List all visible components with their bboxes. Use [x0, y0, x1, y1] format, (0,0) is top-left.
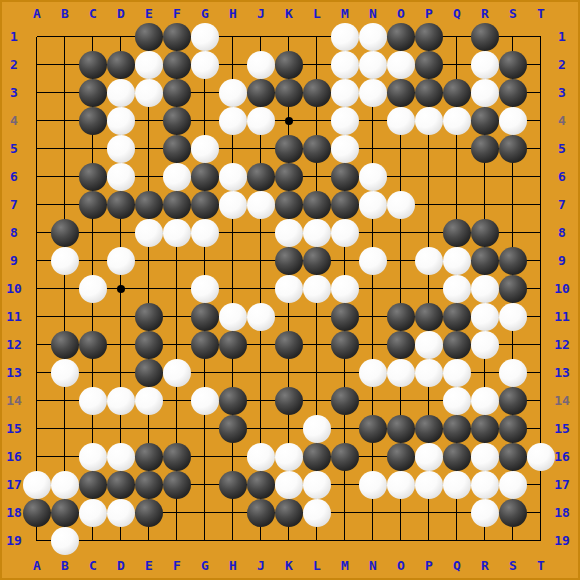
- intersection-H10[interactable]: [219, 275, 247, 303]
- intersection-M18[interactable]: [331, 499, 359, 527]
- intersection-K5[interactable]: [275, 135, 303, 163]
- intersection-L17[interactable]: [303, 471, 331, 499]
- intersection-D16[interactable]: [107, 443, 135, 471]
- intersection-B19[interactable]: [51, 527, 79, 555]
- intersection-C18[interactable]: [79, 499, 107, 527]
- intersection-C11[interactable]: [79, 303, 107, 331]
- intersection-O14[interactable]: [387, 387, 415, 415]
- intersection-A17[interactable]: [23, 471, 51, 499]
- intersection-Q19[interactable]: [443, 527, 471, 555]
- intersection-Q15[interactable]: [443, 415, 471, 443]
- intersection-D14[interactable]: [107, 387, 135, 415]
- intersection-K7[interactable]: [275, 191, 303, 219]
- intersection-D5[interactable]: [107, 135, 135, 163]
- intersection-J8[interactable]: [247, 219, 275, 247]
- intersection-C9[interactable]: [79, 247, 107, 275]
- intersection-B10[interactable]: [51, 275, 79, 303]
- intersection-E5[interactable]: [135, 135, 163, 163]
- intersection-J16[interactable]: [247, 443, 275, 471]
- intersection-S18[interactable]: [499, 499, 527, 527]
- intersection-F7[interactable]: [163, 191, 191, 219]
- intersection-F15[interactable]: [163, 415, 191, 443]
- intersection-R6[interactable]: [471, 163, 499, 191]
- intersection-A6[interactable]: [23, 163, 51, 191]
- intersection-A19[interactable]: [23, 527, 51, 555]
- intersection-O18[interactable]: [387, 499, 415, 527]
- intersection-H2[interactable]: [219, 51, 247, 79]
- intersection-S15[interactable]: [499, 415, 527, 443]
- intersection-M14[interactable]: [331, 387, 359, 415]
- intersection-O17[interactable]: [387, 471, 415, 499]
- intersection-E6[interactable]: [135, 163, 163, 191]
- intersection-E8[interactable]: [135, 219, 163, 247]
- intersection-Q5[interactable]: [443, 135, 471, 163]
- intersection-A9[interactable]: [23, 247, 51, 275]
- intersection-Q13[interactable]: [443, 359, 471, 387]
- intersection-F14[interactable]: [163, 387, 191, 415]
- intersection-N1[interactable]: [359, 23, 387, 51]
- intersection-J4[interactable]: [247, 107, 275, 135]
- intersection-P15[interactable]: [415, 415, 443, 443]
- intersection-C3[interactable]: [79, 79, 107, 107]
- intersection-P6[interactable]: [415, 163, 443, 191]
- intersection-G2[interactable]: [191, 51, 219, 79]
- intersection-R5[interactable]: [471, 135, 499, 163]
- intersection-H8[interactable]: [219, 219, 247, 247]
- intersection-R1[interactable]: [471, 23, 499, 51]
- intersection-K13[interactable]: [275, 359, 303, 387]
- intersection-B7[interactable]: [51, 191, 79, 219]
- intersection-H5[interactable]: [219, 135, 247, 163]
- intersection-E3[interactable]: [135, 79, 163, 107]
- intersection-P7[interactable]: [415, 191, 443, 219]
- intersection-B8[interactable]: [51, 219, 79, 247]
- intersection-D18[interactable]: [107, 499, 135, 527]
- intersection-Q16[interactable]: [443, 443, 471, 471]
- intersection-M6[interactable]: [331, 163, 359, 191]
- intersection-K15[interactable]: [275, 415, 303, 443]
- intersection-G11[interactable]: [191, 303, 219, 331]
- intersection-J15[interactable]: [247, 415, 275, 443]
- intersection-G14[interactable]: [191, 387, 219, 415]
- intersection-Q1[interactable]: [443, 23, 471, 51]
- intersection-S16[interactable]: [499, 443, 527, 471]
- intersection-L4[interactable]: [303, 107, 331, 135]
- intersection-E7[interactable]: [135, 191, 163, 219]
- intersection-K12[interactable]: [275, 331, 303, 359]
- intersection-Q2[interactable]: [443, 51, 471, 79]
- intersection-S6[interactable]: [499, 163, 527, 191]
- intersection-L10[interactable]: [303, 275, 331, 303]
- intersection-P2[interactable]: [415, 51, 443, 79]
- intersection-P5[interactable]: [415, 135, 443, 163]
- intersection-G13[interactable]: [191, 359, 219, 387]
- intersection-H9[interactable]: [219, 247, 247, 275]
- intersection-A13[interactable]: [23, 359, 51, 387]
- intersection-K1[interactable]: [275, 23, 303, 51]
- intersection-D13[interactable]: [107, 359, 135, 387]
- intersection-C5[interactable]: [79, 135, 107, 163]
- intersection-N9[interactable]: [359, 247, 387, 275]
- intersection-P12[interactable]: [415, 331, 443, 359]
- intersection-P11[interactable]: [415, 303, 443, 331]
- intersection-N19[interactable]: [359, 527, 387, 555]
- intersection-H1[interactable]: [219, 23, 247, 51]
- intersection-N6[interactable]: [359, 163, 387, 191]
- intersection-R3[interactable]: [471, 79, 499, 107]
- intersection-E19[interactable]: [135, 527, 163, 555]
- intersection-M15[interactable]: [331, 415, 359, 443]
- intersection-E17[interactable]: [135, 471, 163, 499]
- intersection-Q14[interactable]: [443, 387, 471, 415]
- intersection-F19[interactable]: [163, 527, 191, 555]
- intersection-D12[interactable]: [107, 331, 135, 359]
- intersection-D2[interactable]: [107, 51, 135, 79]
- intersection-R9[interactable]: [471, 247, 499, 275]
- intersection-D15[interactable]: [107, 415, 135, 443]
- intersection-L1[interactable]: [303, 23, 331, 51]
- intersection-Q8[interactable]: [443, 219, 471, 247]
- intersection-R19[interactable]: [471, 527, 499, 555]
- intersection-G8[interactable]: [191, 219, 219, 247]
- intersection-R7[interactable]: [471, 191, 499, 219]
- intersection-B12[interactable]: [51, 331, 79, 359]
- intersection-Q4[interactable]: [443, 107, 471, 135]
- intersection-G7[interactable]: [191, 191, 219, 219]
- intersection-J14[interactable]: [247, 387, 275, 415]
- intersection-P18[interactable]: [415, 499, 443, 527]
- intersection-E10[interactable]: [135, 275, 163, 303]
- intersection-O5[interactable]: [387, 135, 415, 163]
- intersection-K9[interactable]: [275, 247, 303, 275]
- intersection-M11[interactable]: [331, 303, 359, 331]
- intersection-L16[interactable]: [303, 443, 331, 471]
- intersection-R4[interactable]: [471, 107, 499, 135]
- intersection-L3[interactable]: [303, 79, 331, 107]
- intersection-H11[interactable]: [219, 303, 247, 331]
- intersection-G6[interactable]: [191, 163, 219, 191]
- intersection-N11[interactable]: [359, 303, 387, 331]
- intersection-A15[interactable]: [23, 415, 51, 443]
- intersection-P9[interactable]: [415, 247, 443, 275]
- intersection-G17[interactable]: [191, 471, 219, 499]
- intersection-F13[interactable]: [163, 359, 191, 387]
- intersection-R12[interactable]: [471, 331, 499, 359]
- intersection-C12[interactable]: [79, 331, 107, 359]
- intersection-L12[interactable]: [303, 331, 331, 359]
- intersection-H3[interactable]: [219, 79, 247, 107]
- intersection-B1[interactable]: [51, 23, 79, 51]
- intersection-F3[interactable]: [163, 79, 191, 107]
- intersection-A16[interactable]: [23, 443, 51, 471]
- intersection-F10[interactable]: [163, 275, 191, 303]
- intersection-R8[interactable]: [471, 219, 499, 247]
- intersection-F11[interactable]: [163, 303, 191, 331]
- intersection-C14[interactable]: [79, 387, 107, 415]
- intersection-B5[interactable]: [51, 135, 79, 163]
- intersection-O6[interactable]: [387, 163, 415, 191]
- intersection-J19[interactable]: [247, 527, 275, 555]
- intersection-K6[interactable]: [275, 163, 303, 191]
- intersection-L7[interactable]: [303, 191, 331, 219]
- intersection-M8[interactable]: [331, 219, 359, 247]
- intersection-B6[interactable]: [51, 163, 79, 191]
- intersection-N7[interactable]: [359, 191, 387, 219]
- intersection-M2[interactable]: [331, 51, 359, 79]
- intersection-S13[interactable]: [499, 359, 527, 387]
- intersection-Q18[interactable]: [443, 499, 471, 527]
- intersection-D11[interactable]: [107, 303, 135, 331]
- intersection-R2[interactable]: [471, 51, 499, 79]
- intersection-J7[interactable]: [247, 191, 275, 219]
- intersection-B18[interactable]: [51, 499, 79, 527]
- intersection-J11[interactable]: [247, 303, 275, 331]
- intersection-S19[interactable]: [499, 527, 527, 555]
- intersection-O12[interactable]: [387, 331, 415, 359]
- intersection-J18[interactable]: [247, 499, 275, 527]
- intersection-G18[interactable]: [191, 499, 219, 527]
- intersection-O3[interactable]: [387, 79, 415, 107]
- intersection-B13[interactable]: [51, 359, 79, 387]
- intersection-M5[interactable]: [331, 135, 359, 163]
- intersection-S14[interactable]: [499, 387, 527, 415]
- intersection-E18[interactable]: [135, 499, 163, 527]
- intersection-Q12[interactable]: [443, 331, 471, 359]
- intersection-F8[interactable]: [163, 219, 191, 247]
- intersection-F4[interactable]: [163, 107, 191, 135]
- intersection-Q7[interactable]: [443, 191, 471, 219]
- intersection-O11[interactable]: [387, 303, 415, 331]
- intersection-S1[interactable]: [499, 23, 527, 51]
- intersection-J6[interactable]: [247, 163, 275, 191]
- intersection-N16[interactable]: [359, 443, 387, 471]
- intersection-S2[interactable]: [499, 51, 527, 79]
- intersection-O13[interactable]: [387, 359, 415, 387]
- intersection-O15[interactable]: [387, 415, 415, 443]
- intersection-P3[interactable]: [415, 79, 443, 107]
- intersection-P16[interactable]: [415, 443, 443, 471]
- intersection-B15[interactable]: [51, 415, 79, 443]
- intersection-R10[interactable]: [471, 275, 499, 303]
- intersection-N17[interactable]: [359, 471, 387, 499]
- intersection-C6[interactable]: [79, 163, 107, 191]
- intersection-F1[interactable]: [163, 23, 191, 51]
- intersection-K8[interactable]: [275, 219, 303, 247]
- intersection-G12[interactable]: [191, 331, 219, 359]
- intersection-S3[interactable]: [499, 79, 527, 107]
- intersection-O7[interactable]: [387, 191, 415, 219]
- intersection-M1[interactable]: [331, 23, 359, 51]
- intersection-O9[interactable]: [387, 247, 415, 275]
- intersection-F12[interactable]: [163, 331, 191, 359]
- intersection-D9[interactable]: [107, 247, 135, 275]
- intersection-C15[interactable]: [79, 415, 107, 443]
- intersection-B3[interactable]: [51, 79, 79, 107]
- intersection-S17[interactable]: [499, 471, 527, 499]
- intersection-C13[interactable]: [79, 359, 107, 387]
- intersection-H18[interactable]: [219, 499, 247, 527]
- intersection-N2[interactable]: [359, 51, 387, 79]
- intersection-C17[interactable]: [79, 471, 107, 499]
- intersection-B17[interactable]: [51, 471, 79, 499]
- intersection-S12[interactable]: [499, 331, 527, 359]
- intersection-L5[interactable]: [303, 135, 331, 163]
- intersection-L14[interactable]: [303, 387, 331, 415]
- intersection-K10[interactable]: [275, 275, 303, 303]
- intersection-B16[interactable]: [51, 443, 79, 471]
- intersection-C10[interactable]: [79, 275, 107, 303]
- intersection-P17[interactable]: [415, 471, 443, 499]
- intersection-M3[interactable]: [331, 79, 359, 107]
- intersection-O19[interactable]: [387, 527, 415, 555]
- intersection-A11[interactable]: [23, 303, 51, 331]
- intersection-F5[interactable]: [163, 135, 191, 163]
- intersection-J1[interactable]: [247, 23, 275, 51]
- intersection-N18[interactable]: [359, 499, 387, 527]
- intersection-F9[interactable]: [163, 247, 191, 275]
- intersection-N10[interactable]: [359, 275, 387, 303]
- intersection-Q10[interactable]: [443, 275, 471, 303]
- intersection-S4[interactable]: [499, 107, 527, 135]
- intersection-B4[interactable]: [51, 107, 79, 135]
- intersection-A5[interactable]: [23, 135, 51, 163]
- intersection-Q11[interactable]: [443, 303, 471, 331]
- intersection-A1[interactable]: [23, 23, 51, 51]
- intersection-H12[interactable]: [219, 331, 247, 359]
- intersection-B9[interactable]: [51, 247, 79, 275]
- intersection-C7[interactable]: [79, 191, 107, 219]
- intersection-N12[interactable]: [359, 331, 387, 359]
- intersection-M13[interactable]: [331, 359, 359, 387]
- intersection-R17[interactable]: [471, 471, 499, 499]
- intersection-E2[interactable]: [135, 51, 163, 79]
- intersection-M9[interactable]: [331, 247, 359, 275]
- intersection-C16[interactable]: [79, 443, 107, 471]
- intersection-G3[interactable]: [191, 79, 219, 107]
- intersection-H4[interactable]: [219, 107, 247, 135]
- intersection-N15[interactable]: [359, 415, 387, 443]
- intersection-A18[interactable]: [23, 499, 51, 527]
- intersection-O8[interactable]: [387, 219, 415, 247]
- intersection-D4[interactable]: [107, 107, 135, 135]
- intersection-J3[interactable]: [247, 79, 275, 107]
- intersection-G19[interactable]: [191, 527, 219, 555]
- intersection-E11[interactable]: [135, 303, 163, 331]
- intersection-A7[interactable]: [23, 191, 51, 219]
- intersection-B2[interactable]: [51, 51, 79, 79]
- intersection-D1[interactable]: [107, 23, 135, 51]
- intersection-N14[interactable]: [359, 387, 387, 415]
- intersection-O10[interactable]: [387, 275, 415, 303]
- intersection-F18[interactable]: [163, 499, 191, 527]
- intersection-C19[interactable]: [79, 527, 107, 555]
- intersection-A4[interactable]: [23, 107, 51, 135]
- intersection-L11[interactable]: [303, 303, 331, 331]
- intersection-K17[interactable]: [275, 471, 303, 499]
- intersection-J12[interactable]: [247, 331, 275, 359]
- intersection-C4[interactable]: [79, 107, 107, 135]
- intersection-D10[interactable]: [107, 275, 135, 303]
- intersection-O1[interactable]: [387, 23, 415, 51]
- intersection-K16[interactable]: [275, 443, 303, 471]
- intersection-O4[interactable]: [387, 107, 415, 135]
- intersection-C1[interactable]: [79, 23, 107, 51]
- intersection-G5[interactable]: [191, 135, 219, 163]
- intersection-F17[interactable]: [163, 471, 191, 499]
- intersection-G1[interactable]: [191, 23, 219, 51]
- intersection-D17[interactable]: [107, 471, 135, 499]
- intersection-R18[interactable]: [471, 499, 499, 527]
- intersection-G9[interactable]: [191, 247, 219, 275]
- intersection-M7[interactable]: [331, 191, 359, 219]
- intersection-K11[interactable]: [275, 303, 303, 331]
- intersection-P10[interactable]: [415, 275, 443, 303]
- intersection-C8[interactable]: [79, 219, 107, 247]
- intersection-G16[interactable]: [191, 443, 219, 471]
- intersection-H15[interactable]: [219, 415, 247, 443]
- intersection-N3[interactable]: [359, 79, 387, 107]
- intersection-S11[interactable]: [499, 303, 527, 331]
- intersection-D3[interactable]: [107, 79, 135, 107]
- intersection-S5[interactable]: [499, 135, 527, 163]
- intersection-G4[interactable]: [191, 107, 219, 135]
- intersection-L8[interactable]: [303, 219, 331, 247]
- intersection-H14[interactable]: [219, 387, 247, 415]
- intersection-P8[interactable]: [415, 219, 443, 247]
- intersection-D8[interactable]: [107, 219, 135, 247]
- intersection-E9[interactable]: [135, 247, 163, 275]
- intersection-L6[interactable]: [303, 163, 331, 191]
- intersection-K4[interactable]: [275, 107, 303, 135]
- intersection-A14[interactable]: [23, 387, 51, 415]
- intersection-S9[interactable]: [499, 247, 527, 275]
- intersection-M12[interactable]: [331, 331, 359, 359]
- intersection-L9[interactable]: [303, 247, 331, 275]
- intersection-P1[interactable]: [415, 23, 443, 51]
- intersection-F2[interactable]: [163, 51, 191, 79]
- intersection-C2[interactable]: [79, 51, 107, 79]
- intersection-J13[interactable]: [247, 359, 275, 387]
- intersection-R15[interactable]: [471, 415, 499, 443]
- intersection-D19[interactable]: [107, 527, 135, 555]
- intersection-A12[interactable]: [23, 331, 51, 359]
- intersection-H16[interactable]: [219, 443, 247, 471]
- intersection-P19[interactable]: [415, 527, 443, 555]
- intersection-E12[interactable]: [135, 331, 163, 359]
- intersection-R16[interactable]: [471, 443, 499, 471]
- intersection-A8[interactable]: [23, 219, 51, 247]
- intersection-B11[interactable]: [51, 303, 79, 331]
- intersection-H13[interactable]: [219, 359, 247, 387]
- intersection-E14[interactable]: [135, 387, 163, 415]
- intersection-R14[interactable]: [471, 387, 499, 415]
- intersection-M16[interactable]: [331, 443, 359, 471]
- intersection-E15[interactable]: [135, 415, 163, 443]
- intersection-A2[interactable]: [23, 51, 51, 79]
- intersection-E16[interactable]: [135, 443, 163, 471]
- intersection-L13[interactable]: [303, 359, 331, 387]
- intersection-S10[interactable]: [499, 275, 527, 303]
- intersection-K2[interactable]: [275, 51, 303, 79]
- intersection-D7[interactable]: [107, 191, 135, 219]
- intersection-J2[interactable]: [247, 51, 275, 79]
- intersection-M4[interactable]: [331, 107, 359, 135]
- intersection-R13[interactable]: [471, 359, 499, 387]
- intersection-G15[interactable]: [191, 415, 219, 443]
- intersection-P13[interactable]: [415, 359, 443, 387]
- intersection-R11[interactable]: [471, 303, 499, 331]
- intersection-J9[interactable]: [247, 247, 275, 275]
